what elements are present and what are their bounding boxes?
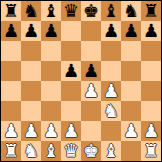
square-a3[interactable]	[1, 101, 21, 121]
white-pawn[interactable]: ♟	[83, 81, 99, 101]
black-pawn[interactable]: ♟	[63, 61, 79, 81]
square-e6[interactable]	[81, 41, 101, 61]
square-b7[interactable]: ♟	[21, 21, 41, 41]
square-g1[interactable]	[121, 141, 141, 161]
square-b6[interactable]	[21, 41, 41, 61]
square-g2[interactable]: ♟	[121, 121, 141, 141]
square-g5[interactable]	[121, 61, 141, 81]
square-a1[interactable]: ♜	[1, 141, 21, 161]
square-a6[interactable]	[1, 41, 21, 61]
square-h1[interactable]: ♜	[141, 141, 161, 161]
square-f2[interactable]	[101, 121, 121, 141]
square-c8[interactable]: ♝	[41, 1, 61, 21]
square-c1[interactable]: ♝	[41, 141, 61, 161]
black-knight[interactable]: ♞	[123, 1, 139, 21]
square-e4[interactable]: ♟	[81, 81, 101, 101]
square-g6[interactable]	[121, 41, 141, 61]
square-h6[interactable]	[141, 41, 161, 61]
black-pawn[interactable]: ♟	[43, 21, 59, 41]
square-f7[interactable]: ♟	[101, 21, 121, 41]
square-g7[interactable]: ♟	[121, 21, 141, 41]
black-bishop[interactable]: ♝	[103, 1, 119, 21]
black-knight[interactable]: ♞	[23, 1, 39, 21]
white-pawn[interactable]: ♟	[123, 121, 139, 141]
white-queen[interactable]: ♛	[63, 141, 79, 161]
black-king[interactable]: ♚	[83, 1, 99, 21]
square-e7[interactable]	[81, 21, 101, 41]
black-pawn[interactable]: ♟	[23, 21, 39, 41]
square-h5[interactable]	[141, 61, 161, 81]
black-bishop[interactable]: ♝	[43, 1, 59, 21]
square-d5[interactable]: ♟	[61, 61, 81, 81]
white-rook[interactable]: ♜	[143, 141, 159, 161]
white-knight[interactable]: ♞	[103, 101, 119, 121]
black-queen[interactable]: ♛	[63, 1, 79, 21]
square-f8[interactable]: ♝	[101, 1, 121, 21]
square-f5[interactable]	[101, 61, 121, 81]
black-rook[interactable]: ♜	[3, 1, 19, 21]
white-pawn[interactable]: ♟	[63, 121, 79, 141]
white-king[interactable]: ♚	[83, 141, 99, 161]
square-e2[interactable]	[81, 121, 101, 141]
square-g3[interactable]	[121, 101, 141, 121]
square-f1[interactable]: ♝	[101, 141, 121, 161]
white-pawn[interactable]: ♟	[103, 81, 119, 101]
square-b3[interactable]	[21, 101, 41, 121]
black-pawn[interactable]: ♟	[3, 21, 19, 41]
square-g8[interactable]: ♞	[121, 1, 141, 21]
square-a8[interactable]: ♜	[1, 1, 21, 21]
white-bishop[interactable]: ♝	[103, 141, 119, 161]
square-b4[interactable]	[21, 81, 41, 101]
square-h3[interactable]	[141, 101, 161, 121]
square-a2[interactable]: ♟	[1, 121, 21, 141]
chess-board: ♜♞♝♛♚♝♞♜♟♟♟♟♟♟♟♟♟♟♞♟♟♟♟♟♟♜♞♝♛♚♝♜	[0, 0, 162, 162]
square-b8[interactable]: ♞	[21, 1, 41, 21]
square-b2[interactable]: ♟	[21, 121, 41, 141]
white-rook[interactable]: ♜	[3, 141, 19, 161]
square-b1[interactable]: ♞	[21, 141, 41, 161]
square-d7[interactable]	[61, 21, 81, 41]
square-e3[interactable]	[81, 101, 101, 121]
square-e8[interactable]: ♚	[81, 1, 101, 21]
black-pawn[interactable]: ♟	[83, 61, 99, 81]
square-f3[interactable]: ♞	[101, 101, 121, 121]
square-d4[interactable]	[61, 81, 81, 101]
black-pawn[interactable]: ♟	[123, 21, 139, 41]
white-pawn[interactable]: ♟	[43, 121, 59, 141]
square-c7[interactable]: ♟	[41, 21, 61, 41]
white-bishop[interactable]: ♝	[43, 141, 59, 161]
square-h2[interactable]: ♟	[141, 121, 161, 141]
square-a4[interactable]	[1, 81, 21, 101]
square-c3[interactable]	[41, 101, 61, 121]
black-pawn[interactable]: ♟	[143, 21, 159, 41]
square-c4[interactable]	[41, 81, 61, 101]
white-pawn[interactable]: ♟	[3, 121, 19, 141]
square-d6[interactable]	[61, 41, 81, 61]
square-a5[interactable]	[1, 61, 21, 81]
square-f6[interactable]	[101, 41, 121, 61]
black-pawn[interactable]: ♟	[103, 21, 119, 41]
square-d1[interactable]: ♛	[61, 141, 81, 161]
square-h8[interactable]: ♜	[141, 1, 161, 21]
square-c5[interactable]	[41, 61, 61, 81]
black-rook[interactable]: ♜	[143, 1, 159, 21]
square-d8[interactable]: ♛	[61, 1, 81, 21]
square-h4[interactable]	[141, 81, 161, 101]
white-pawn[interactable]: ♟	[143, 121, 159, 141]
square-d2[interactable]: ♟	[61, 121, 81, 141]
square-e1[interactable]: ♚	[81, 141, 101, 161]
square-a7[interactable]: ♟	[1, 21, 21, 41]
square-d3[interactable]	[61, 101, 81, 121]
white-pawn[interactable]: ♟	[23, 121, 39, 141]
square-g4[interactable]	[121, 81, 141, 101]
chess-board-container: ♜♞♝♛♚♝♞♜♟♟♟♟♟♟♟♟♟♟♞♟♟♟♟♟♟♜♞♝♛♚♝♜	[0, 0, 162, 162]
square-c2[interactable]: ♟	[41, 121, 61, 141]
square-h7[interactable]: ♟	[141, 21, 161, 41]
square-c6[interactable]	[41, 41, 61, 61]
square-b5[interactable]	[21, 61, 41, 81]
square-e5[interactable]: ♟	[81, 61, 101, 81]
white-knight[interactable]: ♞	[23, 141, 39, 161]
square-f4[interactable]: ♟	[101, 81, 121, 101]
